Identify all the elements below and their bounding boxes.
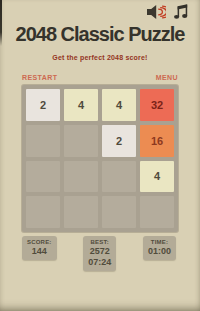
app-subtitle: Get the perfect 2048 score! (0, 54, 200, 61)
best-score-value: 2572 (88, 246, 111, 256)
board-cell (64, 196, 98, 228)
tile-2: 2 (26, 89, 60, 121)
score-label: SCORE: (27, 239, 52, 245)
tile-32: 32 (140, 89, 174, 121)
board-cell (102, 196, 136, 228)
restart-button[interactable]: RESTART (22, 74, 57, 81)
board-cell (64, 161, 98, 193)
score-panel: SCORE: 144 (22, 236, 57, 260)
board-cell (26, 196, 60, 228)
tile-2: 2 (102, 125, 136, 157)
score-value: 144 (27, 246, 52, 256)
time-label: TIME: (148, 239, 171, 245)
tile-4: 4 (64, 89, 98, 121)
topbar (147, 3, 189, 24)
app-title: 2048 Classic Puzzle (0, 23, 200, 46)
time-panel: TIME: 01:00 (143, 236, 176, 260)
best-label: BEST: (88, 239, 111, 245)
game-board[interactable]: 2 4 4 32 2 16 4 (22, 85, 178, 232)
tile-4: 4 (102, 89, 136, 121)
sound-icon[interactable] (147, 4, 166, 24)
stats-row: SCORE: 144 BEST: 2572 07:24 TIME: 01:00 (22, 236, 176, 271)
best-time-value: 07:24 (88, 257, 111, 267)
controls-row: RESTART MENU (22, 74, 178, 81)
board-cell (64, 125, 98, 157)
music-note-icon[interactable] (173, 3, 189, 24)
board-cell (26, 161, 60, 193)
board-cell (26, 125, 60, 157)
app-screen: 2048 Classic Puzzle Get the perfect 2048… (0, 0, 200, 311)
best-panel: BEST: 2572 07:24 (83, 236, 116, 271)
board-cell (102, 161, 136, 193)
tile-16: 16 (140, 125, 174, 157)
screen-edge-artifact (0, 0, 2, 46)
time-value: 01:00 (148, 246, 171, 256)
board-cell (140, 196, 174, 228)
tile-4: 4 (140, 161, 174, 193)
menu-button[interactable]: MENU (156, 74, 178, 81)
